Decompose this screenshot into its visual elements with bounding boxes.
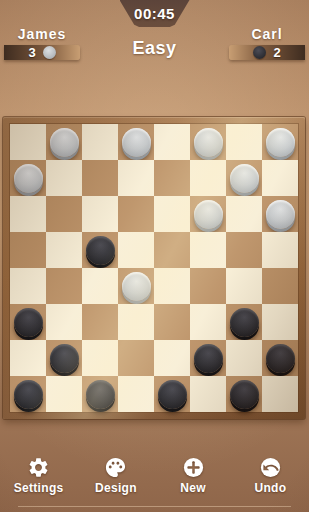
black-piece[interactable] [266,344,295,373]
player-score: 2 [273,45,280,60]
square-0-3[interactable] [118,124,154,160]
square-5-0[interactable] [10,304,46,340]
white-piece[interactable] [266,128,295,157]
black-piece[interactable] [86,380,115,409]
square-6-0 [10,340,46,376]
square-6-7[interactable] [262,340,298,376]
square-6-2 [82,340,118,376]
square-5-4[interactable] [154,304,190,340]
square-1-4[interactable] [154,160,190,196]
black-piece[interactable] [194,344,223,373]
undo-label: Undo [254,481,286,495]
undo-button[interactable]: Undo [232,452,309,499]
square-6-3[interactable] [118,340,154,376]
square-1-5 [190,160,226,196]
square-0-5[interactable] [190,124,226,160]
square-0-0 [10,124,46,160]
board-grid [10,124,298,412]
square-2-6 [226,196,262,232]
square-1-7 [262,160,298,196]
square-3-1 [46,232,82,268]
player-name: James [4,26,80,42]
square-2-2 [82,196,118,232]
square-7-6[interactable] [226,376,262,412]
square-3-2[interactable] [82,232,118,268]
square-4-5[interactable] [190,268,226,304]
square-5-2[interactable] [82,304,118,340]
square-5-3 [118,304,154,340]
new-game-button[interactable]: New [155,452,232,499]
black-piece[interactable] [86,236,115,265]
square-4-1[interactable] [46,268,82,304]
square-3-0[interactable] [10,232,46,268]
square-3-6[interactable] [226,232,262,268]
white-piece[interactable] [14,164,43,193]
square-6-4 [154,340,190,376]
square-5-7 [262,304,298,340]
black-piece[interactable] [14,308,43,337]
square-1-3 [118,160,154,196]
player-panel-carl: Carl 2 [229,26,305,60]
square-7-4[interactable] [154,376,190,412]
square-4-0 [10,268,46,304]
square-3-4[interactable] [154,232,190,268]
square-7-7 [262,376,298,412]
square-1-2[interactable] [82,160,118,196]
square-4-4 [154,268,190,304]
white-piece[interactable] [266,200,295,229]
square-2-4 [154,196,190,232]
square-2-1[interactable] [46,196,82,232]
settings-button[interactable]: Settings [0,452,77,499]
square-2-0 [10,196,46,232]
square-7-2[interactable] [82,376,118,412]
square-3-5 [190,232,226,268]
black-piece[interactable] [230,308,259,337]
player-panel-james: James 3 [4,26,80,60]
square-7-0[interactable] [10,376,46,412]
square-2-5[interactable] [190,196,226,232]
plus-icon [182,456,205,479]
square-3-7 [262,232,298,268]
black-piece[interactable] [158,380,187,409]
square-7-3 [118,376,154,412]
square-6-5[interactable] [190,340,226,376]
undo-icon [259,456,282,479]
design-label: Design [95,481,137,495]
square-7-5 [190,376,226,412]
white-piece[interactable] [194,128,223,157]
checkers-board [3,117,305,419]
square-2-7[interactable] [262,196,298,232]
black-piece-icon [253,46,266,59]
timer-plaque: 00:45 [120,0,190,27]
square-4-3[interactable] [118,268,154,304]
palette-icon [104,456,127,479]
player-name: Carl [229,26,305,42]
square-1-6[interactable] [226,160,262,196]
checkers-app: 00:45 Easy James 3 Carl 2 Settings [0,0,309,512]
square-0-2 [82,124,118,160]
new-label: New [180,481,206,495]
white-piece[interactable] [50,128,79,157]
white-piece[interactable] [194,200,223,229]
square-0-4 [154,124,190,160]
bottom-nav: Settings Design New U [0,452,309,499]
black-piece[interactable] [230,380,259,409]
square-1-0[interactable] [10,160,46,196]
square-7-1 [46,376,82,412]
square-5-5 [190,304,226,340]
square-4-7[interactable] [262,268,298,304]
white-piece-icon [43,46,56,59]
design-button[interactable]: Design [77,452,154,499]
score-plate: 2 [229,45,305,60]
square-1-1 [46,160,82,196]
gear-icon [27,456,50,479]
black-piece[interactable] [50,344,79,373]
square-6-6 [226,340,262,376]
square-3-3 [118,232,154,268]
square-2-3[interactable] [118,196,154,232]
timer: 00:45 [134,5,175,22]
white-piece[interactable] [122,272,151,301]
square-6-1[interactable] [46,340,82,376]
settings-label: Settings [14,481,64,495]
square-5-1 [46,304,82,340]
square-5-6[interactable] [226,304,262,340]
player-score: 3 [28,45,35,60]
bottom-divider [18,506,291,507]
square-4-2 [82,268,118,304]
score-plate: 3 [4,45,80,60]
square-0-7[interactable] [262,124,298,160]
white-piece[interactable] [230,164,259,193]
square-0-1[interactable] [46,124,82,160]
black-piece[interactable] [14,380,43,409]
square-4-6 [226,268,262,304]
square-0-6 [226,124,262,160]
white-piece[interactable] [122,128,151,157]
